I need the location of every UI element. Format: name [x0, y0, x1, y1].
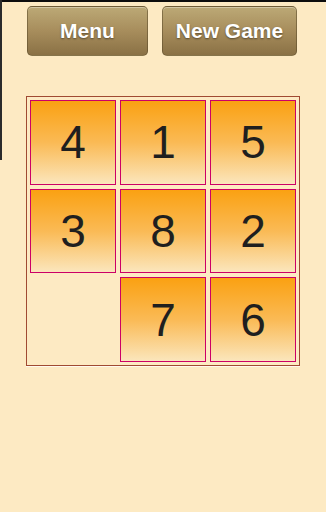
- empty-cell: [30, 277, 116, 362]
- new-game-button[interactable]: New Game: [162, 6, 297, 56]
- tile-2[interactable]: 2: [210, 189, 296, 274]
- puzzle-board: 41538276: [26, 96, 300, 366]
- app-screen: { "game": "8-puzzle (3x3 sliding tile pu…: [0, 0, 326, 512]
- tile-3[interactable]: 3: [30, 189, 116, 274]
- screen-left-edge: [0, 0, 2, 160]
- tile-5[interactable]: 5: [210, 100, 296, 185]
- screen-top-edge: [0, 0, 326, 2]
- tile-1[interactable]: 1: [120, 100, 206, 185]
- tile-6[interactable]: 6: [210, 277, 296, 362]
- tile-4[interactable]: 4: [30, 100, 116, 185]
- tile-7[interactable]: 7: [120, 277, 206, 362]
- tile-8[interactable]: 8: [120, 189, 206, 274]
- menu-button[interactable]: Menu: [27, 6, 148, 56]
